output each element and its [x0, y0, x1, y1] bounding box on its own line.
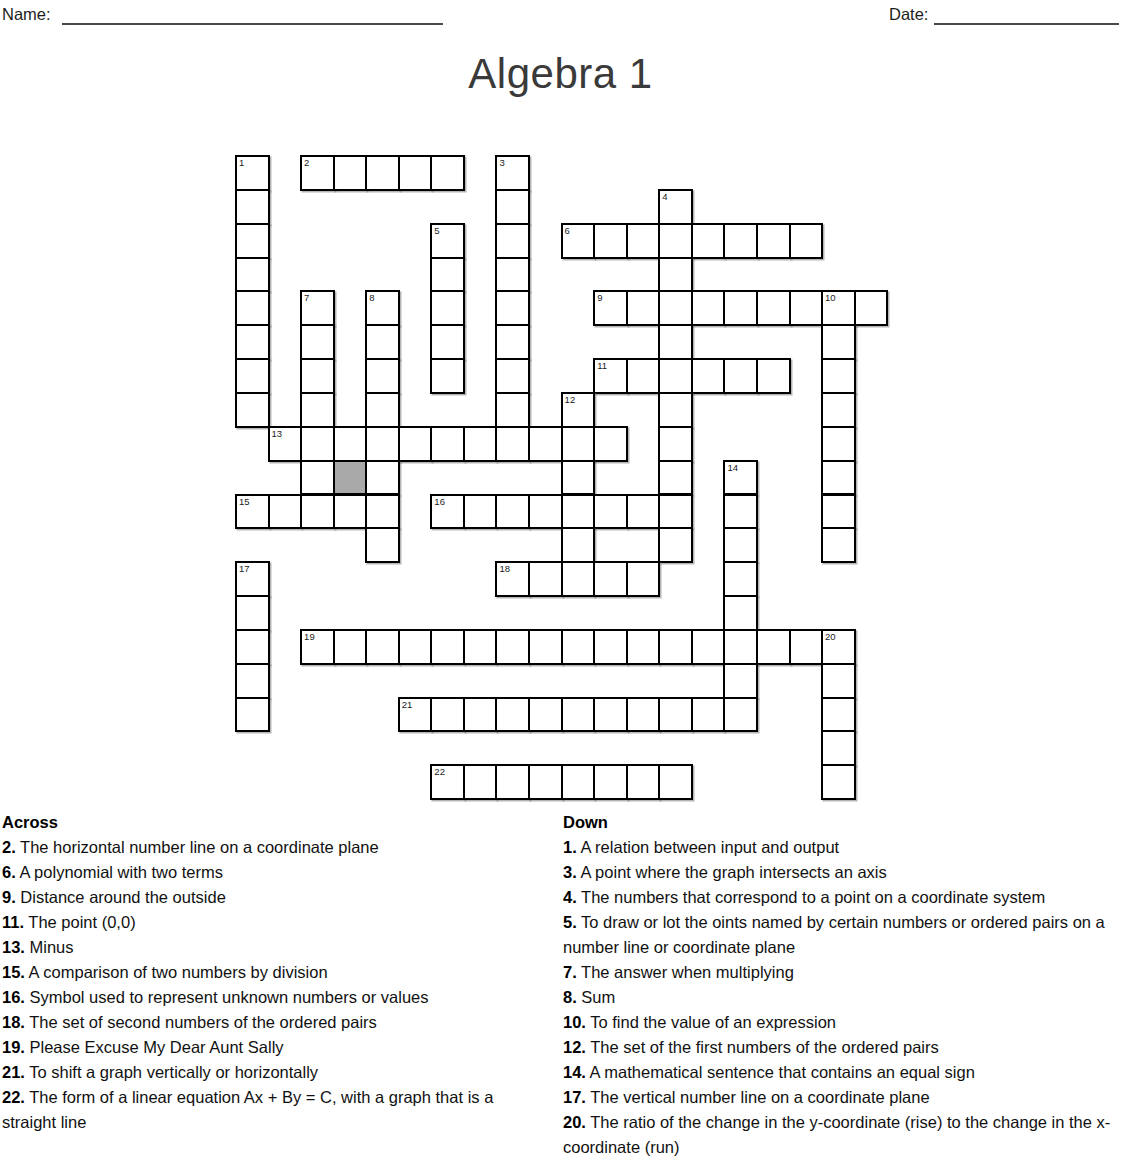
cell-r18-c9[interactable] — [528, 764, 563, 800]
down-clue-3: 3. A point where the graph intersects an… — [563, 860, 1119, 885]
cell-r3-c6[interactable] — [430, 257, 465, 293]
clue-num-label: 4. — [563, 888, 577, 906]
cell-r14-c8[interactable] — [495, 629, 530, 665]
cell-r8-c13[interactable] — [658, 426, 693, 462]
cell-r14-c5[interactable] — [398, 629, 433, 665]
cell-r10-c8[interactable] — [495, 494, 530, 530]
down-clue-20: 20. The ratio of the change in the y-coo… — [563, 1110, 1119, 1160]
across-clue-15: 15. A comparison of two numbers by divis… — [2, 960, 543, 985]
clue-number: 9 — [597, 292, 602, 303]
cell-r8-c4[interactable] — [365, 426, 400, 462]
cell-r16-c8[interactable] — [495, 697, 530, 733]
cell-r11-c4[interactable] — [365, 527, 400, 563]
clue-number: 8 — [369, 292, 374, 303]
cell-r5-c18[interactable] — [821, 324, 856, 360]
cell-r10-c15[interactable] — [723, 494, 758, 530]
cell-r12-c8[interactable]: 18 — [495, 561, 530, 597]
clue-num-label: 6. — [2, 863, 16, 881]
down-clue-14: 14. A mathematical sentence that contain… — [563, 1060, 1119, 1085]
cell-r18-c11[interactable] — [593, 764, 628, 800]
cell-r10-c3[interactable] — [333, 494, 368, 530]
clue-number: 3 — [499, 157, 504, 168]
cell-r8-c6[interactable] — [430, 426, 465, 462]
cell-r10-c12[interactable] — [626, 494, 661, 530]
down-clue-4: 4. The numbers that correspond to a poin… — [563, 885, 1119, 910]
clue-num-label: 12. — [563, 1038, 586, 1056]
cell-r8-c10[interactable] — [561, 426, 596, 462]
cell-r14-c11[interactable] — [593, 629, 628, 665]
cell-r2-c16[interactable] — [756, 223, 791, 259]
cell-r16-c15[interactable] — [723, 697, 758, 733]
down-clue-7: 7. The answer when multiplying — [563, 960, 1119, 985]
across-clue-21: 21. To shift a graph vertically or horiz… — [2, 1060, 543, 1085]
clue-num-label: 9. — [2, 888, 16, 906]
cell-r1-c0[interactable] — [235, 189, 270, 225]
across-clue-18: 18. The set of second numbers of the ord… — [2, 1010, 543, 1035]
cell-r4-c8[interactable] — [495, 290, 530, 326]
down-clue-list: 1. A relation between input and output3.… — [563, 835, 1119, 1160]
across-header: Across — [2, 810, 543, 835]
clue-num-label: 3. — [563, 863, 577, 881]
cell-r9-c10[interactable] — [561, 460, 596, 496]
cell-r9-c13[interactable] — [658, 460, 693, 496]
across-clue-22: 22. The form of a linear equation Ax + B… — [2, 1085, 543, 1135]
cell-r6-c11[interactable]: 11 — [593, 358, 628, 394]
cell-r10-c18[interactable] — [821, 494, 856, 530]
clue-num-label: 8. — [563, 988, 577, 1006]
cell-r2-c0[interactable] — [235, 223, 270, 259]
clue-number: 7 — [304, 292, 309, 303]
cell-r10-c4[interactable] — [365, 494, 400, 530]
cell-r6-c18[interactable] — [821, 358, 856, 394]
cell-r6-c4[interactable] — [365, 358, 400, 394]
cell-r11-c13[interactable] — [658, 527, 693, 563]
clue-number: 16 — [434, 496, 445, 507]
cell-r5-c13[interactable] — [658, 324, 693, 360]
clue-number: 5 — [434, 225, 439, 236]
clue-num-label: 2. — [2, 838, 16, 856]
down-clue-8: 8. Sum — [563, 985, 1119, 1010]
clue-num-label: 10. — [563, 1013, 586, 1031]
cell-r9-c4[interactable] — [365, 460, 400, 496]
cell-r14-c7[interactable] — [463, 629, 498, 665]
cell-r0-c5[interactable] — [398, 155, 433, 191]
cell-r10-c13[interactable] — [658, 494, 693, 530]
clue-num-label: 18. — [2, 1013, 25, 1031]
clues-across-section: Across 2. The horizontal number line on … — [2, 810, 543, 1135]
blocked-cell — [333, 460, 368, 496]
cell-r6-c6[interactable] — [430, 358, 465, 394]
cell-r8-c9[interactable] — [528, 426, 563, 462]
cell-r18-c8[interactable] — [495, 764, 530, 800]
cell-r5-c0[interactable] — [235, 324, 270, 360]
cell-r7-c13[interactable] — [658, 392, 693, 428]
cell-r3-c13[interactable] — [658, 257, 693, 293]
cell-r1-c13[interactable]: 4 — [658, 189, 693, 225]
cell-r6-c2[interactable] — [300, 358, 335, 394]
cell-r6-c8[interactable] — [495, 358, 530, 394]
cell-r2-c11[interactable] — [593, 223, 628, 259]
clue-number: 2 — [304, 157, 309, 168]
cell-r0-c6[interactable] — [430, 155, 465, 191]
cell-r6-c14[interactable] — [691, 358, 726, 394]
cell-r12-c9[interactable] — [528, 561, 563, 597]
cell-r15-c0[interactable] — [235, 663, 270, 699]
cell-r18-c13[interactable] — [658, 764, 693, 800]
cell-r16-c9[interactable] — [528, 697, 563, 733]
clue-number: 4 — [662, 191, 667, 202]
cell-r16-c6[interactable] — [430, 697, 465, 733]
cell-r3-c0[interactable] — [235, 257, 270, 293]
cell-r4-c15[interactable] — [723, 290, 758, 326]
cell-r4-c6[interactable] — [430, 290, 465, 326]
cell-r14-c3[interactable] — [333, 629, 368, 665]
cell-r8-c3[interactable] — [333, 426, 368, 462]
clue-num-label: 16. — [2, 988, 25, 1006]
cell-r18-c6[interactable]: 22 — [430, 764, 465, 800]
clue-number: 20 — [825, 631, 836, 642]
across-clue-13: 13. Minus — [2, 935, 543, 960]
worksheet-page: Name: Date: Algebra 1 123456789101112131… — [0, 0, 1121, 1160]
cell-r0-c2[interactable]: 2 — [300, 155, 335, 191]
cell-r2-c14[interactable] — [691, 223, 726, 259]
cell-r10-c7[interactable] — [463, 494, 498, 530]
cell-r14-c10[interactable] — [561, 629, 596, 665]
down-clue-5: 5. To draw or lot the oints named by cer… — [563, 910, 1119, 960]
cell-r7-c2[interactable] — [300, 392, 335, 428]
cell-r2-c8[interactable] — [495, 223, 530, 259]
down-clue-10: 10. To find the value of an expression — [563, 1010, 1119, 1035]
cell-r14-c14[interactable] — [691, 629, 726, 665]
cell-r4-c16[interactable] — [756, 290, 791, 326]
cell-r17-c18[interactable] — [821, 730, 856, 766]
cell-r0-c4[interactable] — [365, 155, 400, 191]
cell-r16-c12[interactable] — [626, 697, 661, 733]
cell-r2-c6[interactable]: 5 — [430, 223, 465, 259]
clue-number: 11 — [597, 360, 607, 371]
clue-number: 19 — [304, 631, 315, 642]
cell-r2-c13[interactable] — [658, 223, 693, 259]
cell-r10-c9[interactable] — [528, 494, 563, 530]
cell-r0-c8[interactable]: 3 — [495, 155, 530, 191]
clue-num-label: 15. — [2, 963, 25, 981]
cell-r14-c18[interactable]: 20 — [821, 629, 856, 665]
cell-r15-c15[interactable] — [723, 663, 758, 699]
down-clue-1: 1. A relation between input and output — [563, 835, 1119, 860]
cell-r12-c12[interactable] — [626, 561, 661, 597]
cell-r16-c0[interactable] — [235, 697, 270, 733]
cell-r9-c18[interactable] — [821, 460, 856, 496]
cell-r2-c10[interactable]: 6 — [561, 223, 596, 259]
cell-r7-c4[interactable] — [365, 392, 400, 428]
clue-number: 14 — [727, 462, 738, 473]
cell-r7-c18[interactable] — [821, 392, 856, 428]
clue-num-label: 19. — [2, 1038, 25, 1056]
cell-r14-c15[interactable] — [723, 629, 758, 665]
cell-r4-c14[interactable] — [691, 290, 726, 326]
cell-r11-c15[interactable] — [723, 527, 758, 563]
cell-r10-c2[interactable] — [300, 494, 335, 530]
cell-r16-c5[interactable]: 21 — [398, 697, 433, 733]
cell-r7-c10[interactable]: 12 — [561, 392, 596, 428]
cell-r2-c17[interactable] — [789, 223, 824, 259]
cell-r4-c12[interactable] — [626, 290, 661, 326]
cell-r16-c7[interactable] — [463, 697, 498, 733]
clue-number: 17 — [239, 563, 250, 574]
cell-r16-c10[interactable] — [561, 697, 596, 733]
cell-r13-c15[interactable] — [723, 595, 758, 631]
cell-r12-c10[interactable] — [561, 561, 596, 597]
clue-number: 12 — [565, 394, 576, 405]
clue-num-label: 7. — [563, 963, 577, 981]
across-clue-6: 6. A polynomial with two terms — [2, 860, 543, 885]
cell-r8-c7[interactable] — [463, 426, 498, 462]
clue-num-label: 17. — [563, 1088, 586, 1106]
clues-down-section: Down 1. A relation between input and out… — [563, 810, 1119, 1160]
cell-r16-c18[interactable] — [821, 697, 856, 733]
cell-r3-c8[interactable] — [495, 257, 530, 293]
cell-r4-c17[interactable] — [789, 290, 824, 326]
cell-r16-c11[interactable] — [593, 697, 628, 733]
down-clue-12: 12. The set of the first numbers of the … — [563, 1035, 1119, 1060]
cell-r12-c0[interactable]: 17 — [235, 561, 270, 597]
cell-r16-c14[interactable] — [691, 697, 726, 733]
cell-r18-c7[interactable] — [463, 764, 498, 800]
clue-num-label: 21. — [2, 1063, 25, 1081]
clue-num-label: 22. — [2, 1088, 25, 1106]
across-clue-list: 2. The horizontal number line on a coord… — [2, 835, 543, 1135]
clue-num-label: 14. — [563, 1063, 586, 1081]
clue-num-label: 11. — [2, 913, 24, 931]
cell-r9-c2[interactable] — [300, 460, 335, 496]
crossword-grid: 12345678910111213141516171819202122 — [0, 0, 1121, 810]
cell-r12-c15[interactable] — [723, 561, 758, 597]
cell-r7-c8[interactable] — [495, 392, 530, 428]
cell-r6-c13[interactable] — [658, 358, 693, 394]
cell-r2-c12[interactable] — [626, 223, 661, 259]
cell-r6-c16[interactable] — [756, 358, 791, 394]
cell-r0-c3[interactable] — [333, 155, 368, 191]
cell-r14-c13[interactable] — [658, 629, 693, 665]
cell-r4-c11[interactable]: 9 — [593, 290, 628, 326]
clue-number: 18 — [499, 563, 510, 574]
clue-num-label: 20. — [563, 1113, 586, 1131]
cell-r5-c8[interactable] — [495, 324, 530, 360]
clue-number: 22 — [434, 766, 445, 777]
cell-r14-c12[interactable] — [626, 629, 661, 665]
cell-r6-c0[interactable] — [235, 358, 270, 394]
cell-r14-c2[interactable]: 19 — [300, 629, 335, 665]
cell-r6-c12[interactable] — [626, 358, 661, 394]
cell-r14-c16[interactable] — [756, 629, 791, 665]
cell-r8-c5[interactable] — [398, 426, 433, 462]
clue-num-label: 1. — [563, 838, 577, 856]
cell-r14-c9[interactable] — [528, 629, 563, 665]
across-clue-16: 16. Symbol used to represent unknown num… — [2, 985, 543, 1010]
cell-r14-c4[interactable] — [365, 629, 400, 665]
cell-r14-c17[interactable] — [789, 629, 824, 665]
cell-r8-c1[interactable]: 13 — [268, 426, 303, 462]
cell-r14-c6[interactable] — [430, 629, 465, 665]
cell-r10-c10[interactable] — [561, 494, 596, 530]
clue-num-label: 5. — [563, 913, 577, 931]
cell-r11-c18[interactable] — [821, 527, 856, 563]
cell-r4-c13[interactable] — [658, 290, 693, 326]
cell-r9-c15[interactable]: 14 — [723, 460, 758, 496]
cell-r4-c19[interactable] — [854, 290, 889, 326]
cell-r7-c0[interactable] — [235, 392, 270, 428]
cell-r2-c15[interactable] — [723, 223, 758, 259]
clue-number: 15 — [239, 496, 250, 507]
cell-r10-c6[interactable]: 16 — [430, 494, 465, 530]
across-clue-9: 9. Distance around the outside — [2, 885, 543, 910]
cell-r5-c2[interactable] — [300, 324, 335, 360]
cell-r8-c18[interactable] — [821, 426, 856, 462]
across-clue-11: 11. The point (0,0) — [2, 910, 543, 935]
cell-r12-c11[interactable] — [593, 561, 628, 597]
cell-r18-c18[interactable] — [821, 764, 856, 800]
cell-r18-c10[interactable] — [561, 764, 596, 800]
cell-r10-c1[interactable] — [268, 494, 303, 530]
cell-r0-c0[interactable]: 1 — [235, 155, 270, 191]
cell-r16-c13[interactable] — [658, 697, 693, 733]
across-clue-19: 19. Please Excuse My Dear Aunt Sally — [2, 1035, 543, 1060]
clue-number: 1 — [239, 157, 244, 168]
cell-r8-c8[interactable] — [495, 426, 530, 462]
cell-r4-c18[interactable]: 10 — [821, 290, 856, 326]
cell-r15-c18[interactable] — [821, 663, 856, 699]
cell-r13-c0[interactable] — [235, 595, 270, 631]
cell-r10-c11[interactable] — [593, 494, 628, 530]
cell-r10-c0[interactable]: 15 — [235, 494, 270, 530]
cell-r6-c15[interactable] — [723, 358, 758, 394]
down-clue-17: 17. The vertical number line on a coordi… — [563, 1085, 1119, 1110]
cell-r5-c4[interactable] — [365, 324, 400, 360]
clue-number: 13 — [272, 428, 283, 439]
cell-r1-c8[interactable] — [495, 189, 530, 225]
cell-r4-c2[interactable]: 7 — [300, 290, 335, 326]
down-header: Down — [563, 810, 1119, 835]
cell-r5-c6[interactable] — [430, 324, 465, 360]
across-clue-2: 2. The horizontal number line on a coord… — [2, 835, 543, 860]
cell-r11-c10[interactable] — [561, 527, 596, 563]
cell-r8-c11[interactable] — [593, 426, 628, 462]
cell-r4-c0[interactable] — [235, 290, 270, 326]
clue-number: 21 — [402, 699, 413, 710]
cell-r4-c4[interactable]: 8 — [365, 290, 400, 326]
cell-r8-c2[interactable] — [300, 426, 335, 462]
cell-r14-c0[interactable] — [235, 629, 270, 665]
clue-number: 10 — [825, 292, 836, 303]
clue-num-label: 13. — [2, 938, 25, 956]
cell-r18-c12[interactable] — [626, 764, 661, 800]
clue-number: 6 — [565, 225, 570, 236]
